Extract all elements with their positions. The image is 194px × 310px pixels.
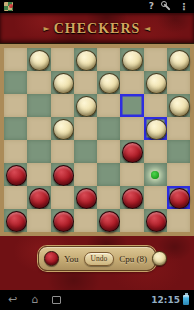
square-2-7[interactable]	[167, 94, 190, 117]
square-2-2[interactable]	[51, 94, 74, 117]
square-6-5[interactable]	[120, 186, 143, 209]
you-label: You	[64, 254, 79, 264]
white-piece[interactable]	[99, 73, 120, 94]
square-4-3[interactable]	[74, 140, 97, 163]
square-0-4[interactable]	[97, 48, 120, 71]
square-1-1[interactable]	[27, 71, 50, 94]
square-1-4[interactable]	[97, 71, 120, 94]
square-2-3[interactable]	[74, 94, 97, 117]
square-4-5[interactable]	[120, 140, 143, 163]
square-0-2[interactable]	[51, 48, 74, 71]
red-piece[interactable]	[99, 211, 120, 232]
square-2-4[interactable]	[97, 94, 120, 117]
battery-icon	[183, 295, 189, 305]
you-piece-icon	[44, 251, 59, 266]
square-3-4[interactable]	[97, 117, 120, 140]
red-piece[interactable]	[6, 211, 27, 232]
square-7-2[interactable]	[51, 209, 74, 232]
wrench-head	[161, 1, 167, 7]
square-5-1[interactable]	[27, 163, 50, 186]
square-5-0[interactable]	[4, 163, 27, 186]
undo-button[interactable]: Undo	[84, 252, 115, 266]
square-2-6[interactable]	[144, 94, 167, 117]
white-piece[interactable]	[146, 73, 167, 94]
square-2-5[interactable]	[120, 94, 143, 117]
square-6-1[interactable]	[27, 186, 50, 209]
player-bar: You Undo Cpu (8)	[38, 246, 156, 271]
navigation-bar: ↩ ⌂ 12:15	[0, 290, 194, 310]
square-6-4[interactable]	[97, 186, 120, 209]
help-icon[interactable]: ?	[149, 0, 154, 13]
square-6-6[interactable]	[144, 186, 167, 209]
red-piece[interactable]	[76, 188, 97, 209]
home-icon[interactable]: ⌂	[31, 290, 38, 310]
square-4-7[interactable]	[167, 140, 190, 163]
square-0-3[interactable]	[74, 48, 97, 71]
square-3-3[interactable]	[74, 117, 97, 140]
square-6-3[interactable]	[74, 186, 97, 209]
red-piece[interactable]	[122, 142, 143, 163]
square-0-1[interactable]	[27, 48, 50, 71]
square-3-5[interactable]	[120, 117, 143, 140]
square-4-1[interactable]	[27, 140, 50, 163]
move-hint-dot[interactable]	[151, 171, 159, 179]
overflow-menu-icon[interactable]: ⋮	[179, 0, 189, 13]
square-5-6[interactable]	[144, 163, 167, 186]
square-3-2[interactable]	[51, 117, 74, 140]
square-6-0[interactable]	[4, 186, 27, 209]
square-5-5[interactable]	[120, 163, 143, 186]
square-1-6[interactable]	[144, 71, 167, 94]
white-piece[interactable]	[76, 96, 97, 117]
square-7-3[interactable]	[74, 209, 97, 232]
square-5-4[interactable]	[97, 163, 120, 186]
square-1-5[interactable]	[120, 71, 143, 94]
square-0-6[interactable]	[144, 48, 167, 71]
recent-apps-icon[interactable]	[52, 296, 61, 304]
square-4-4[interactable]	[97, 140, 120, 163]
square-0-7[interactable]	[167, 48, 190, 71]
red-piece[interactable]	[53, 211, 74, 232]
red-piece[interactable]	[29, 188, 50, 209]
back-icon[interactable]: ↩	[8, 290, 17, 310]
square-7-5[interactable]	[120, 209, 143, 232]
checkers-notification-icon	[4, 2, 13, 11]
square-7-7[interactable]	[167, 209, 190, 232]
white-piece[interactable]	[29, 50, 50, 71]
red-piece[interactable]	[122, 188, 143, 209]
white-piece[interactable]	[122, 50, 143, 71]
square-2-0[interactable]	[4, 94, 27, 117]
status-bar: ? ⋮	[0, 0, 194, 13]
page-title: CHECKERS	[54, 21, 141, 37]
square-7-6[interactable]	[144, 209, 167, 232]
title-ornament-right-icon: ►	[144, 24, 150, 33]
red-piece[interactable]	[146, 211, 167, 232]
title-ornament-left-icon: ►	[44, 24, 50, 33]
square-7-4[interactable]	[97, 209, 120, 232]
square-4-0[interactable]	[4, 140, 27, 163]
square-3-6[interactable]	[144, 117, 167, 140]
board	[0, 44, 194, 236]
square-0-0[interactable]	[4, 48, 27, 71]
red-piece[interactable]	[169, 188, 190, 209]
white-piece[interactable]	[53, 119, 74, 140]
square-1-2[interactable]	[51, 71, 74, 94]
square-5-2[interactable]	[51, 163, 74, 186]
clock: 12:15	[151, 295, 180, 305]
square-0-5[interactable]	[120, 48, 143, 71]
lower-panel: You Undo Cpu (8)	[0, 236, 194, 290]
white-piece[interactable]	[169, 50, 190, 71]
square-1-3[interactable]	[74, 71, 97, 94]
red-piece[interactable]	[6, 165, 27, 186]
square-3-1[interactable]	[27, 117, 50, 140]
square-4-6[interactable]	[144, 140, 167, 163]
checkers-app-screen: ? ⋮ ► CHECKERS ► You Undo Cpu (8) ↩ ⌂	[0, 0, 194, 310]
square-7-1[interactable]	[27, 209, 50, 232]
square-5-3[interactable]	[74, 163, 97, 186]
white-piece[interactable]	[146, 119, 167, 140]
square-1-0[interactable]	[4, 71, 27, 94]
square-4-2[interactable]	[51, 140, 74, 163]
square-6-7[interactable]	[167, 186, 190, 209]
white-piece[interactable]	[76, 50, 97, 71]
square-5-7[interactable]	[167, 163, 190, 186]
square-1-7[interactable]	[167, 71, 190, 94]
title-banner: ► CHECKERS ►	[0, 13, 194, 44]
cpu-label: Cpu (8)	[119, 254, 147, 264]
square-3-0[interactable]	[4, 117, 27, 140]
square-6-2[interactable]	[51, 186, 74, 209]
square-2-1[interactable]	[27, 94, 50, 117]
square-3-7[interactable]	[167, 117, 190, 140]
square-7-0[interactable]	[4, 209, 27, 232]
white-piece[interactable]	[169, 96, 190, 117]
red-piece[interactable]	[53, 165, 74, 186]
cpu-piece-icon	[152, 251, 167, 266]
white-piece[interactable]	[53, 73, 74, 94]
wrench-icon[interactable]	[161, 1, 172, 12]
